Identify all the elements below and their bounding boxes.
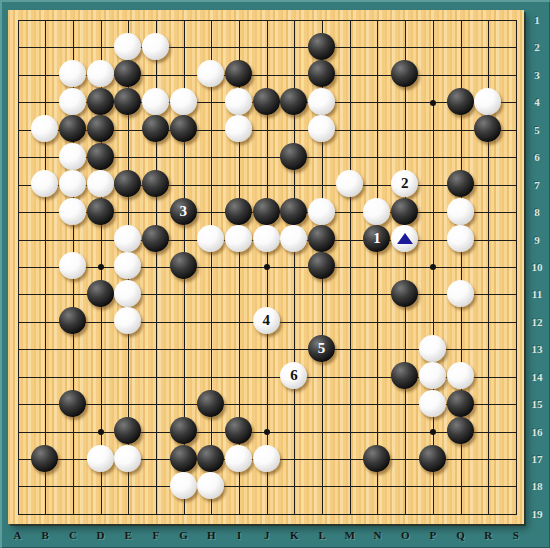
stone-black-D8[interactable] xyxy=(87,198,114,225)
stone-white-J12[interactable]: 4 xyxy=(253,307,280,334)
stone-white-D7[interactable] xyxy=(87,170,114,197)
stone-white-C4[interactable] xyxy=(59,88,86,115)
coord-letter-B: B xyxy=(42,530,49,541)
coord-number-14: 14 xyxy=(532,371,543,382)
coord-number-8: 8 xyxy=(534,207,540,218)
coord-letter-C: C xyxy=(69,530,77,541)
stone-black-G5[interactable] xyxy=(170,115,197,142)
stone-white-D17[interactable] xyxy=(87,445,114,472)
stone-black-H15[interactable] xyxy=(197,390,224,417)
triangle-mark-icon xyxy=(397,233,413,244)
stone-black-K8[interactable] xyxy=(280,198,307,225)
coord-number-5: 5 xyxy=(534,124,540,135)
stone-white-Q11[interactable] xyxy=(447,280,474,307)
stone-white-J9[interactable] xyxy=(253,225,280,252)
stone-black-B17[interactable] xyxy=(31,445,58,472)
stone-white-P15[interactable] xyxy=(419,390,446,417)
stone-white-F2[interactable] xyxy=(142,33,169,60)
grid-line-col-M xyxy=(350,20,351,515)
coord-letter-H: H xyxy=(207,530,216,541)
stone-black-I8[interactable] xyxy=(225,198,252,225)
coord-number-18: 18 xyxy=(532,481,543,492)
coord-number-4: 4 xyxy=(534,97,540,108)
stone-black-H17[interactable] xyxy=(197,445,224,472)
stone-black-C5[interactable] xyxy=(59,115,86,142)
grid-line-col-N xyxy=(377,20,378,515)
coord-number-16: 16 xyxy=(532,426,543,437)
stone-white-I17[interactable] xyxy=(225,445,252,472)
stone-black-J8[interactable] xyxy=(253,198,280,225)
coord-number-1: 1 xyxy=(534,15,540,26)
stone-white-N8[interactable] xyxy=(363,198,390,225)
stone-white-C7[interactable] xyxy=(59,170,86,197)
coord-number-12: 12 xyxy=(532,316,543,327)
stone-white-D3[interactable] xyxy=(87,60,114,87)
move-number-1: 1 xyxy=(373,231,381,246)
move-number-6: 6 xyxy=(290,368,298,383)
stone-black-F9[interactable] xyxy=(142,225,169,252)
stone-black-Q15[interactable] xyxy=(447,390,474,417)
coord-number-3: 3 xyxy=(534,69,540,80)
coord-number-19: 19 xyxy=(532,508,543,519)
stone-black-L13[interactable]: 5 xyxy=(308,335,335,362)
grid-line-col-S xyxy=(516,20,517,515)
move-number-4: 4 xyxy=(262,313,270,328)
stone-white-R4[interactable] xyxy=(474,88,501,115)
coord-letter-M: M xyxy=(345,530,355,541)
stone-black-O11[interactable] xyxy=(391,280,418,307)
stone-black-L2[interactable] xyxy=(308,33,335,60)
coord-number-10: 10 xyxy=(532,261,543,272)
coord-letter-L: L xyxy=(318,530,325,541)
coord-letter-A: A xyxy=(14,530,22,541)
stone-white-C8[interactable] xyxy=(59,198,86,225)
stone-black-F7[interactable] xyxy=(142,170,169,197)
coord-number-13: 13 xyxy=(532,344,543,355)
stone-black-I16[interactable] xyxy=(225,417,252,444)
stone-black-G8[interactable]: 3 xyxy=(170,198,197,225)
coord-number-2: 2 xyxy=(534,42,540,53)
stone-white-I4[interactable] xyxy=(225,88,252,115)
coord-letter-S: S xyxy=(513,530,519,541)
stone-white-J17[interactable] xyxy=(253,445,280,472)
stone-white-F4[interactable] xyxy=(142,88,169,115)
stone-white-Q14[interactable] xyxy=(447,362,474,389)
grid-line-col-O xyxy=(405,20,406,515)
coord-letter-J: J xyxy=(264,530,270,541)
stone-black-C15[interactable] xyxy=(59,390,86,417)
stone-white-P14[interactable] xyxy=(419,362,446,389)
coord-number-9: 9 xyxy=(534,234,540,245)
stone-black-Q7[interactable] xyxy=(447,170,474,197)
stone-black-G16[interactable] xyxy=(170,417,197,444)
go-app-window: 231456ABCDEFGHIJKLMNOPQRS123456789101112… xyxy=(0,0,550,548)
coord-number-17: 17 xyxy=(532,454,543,465)
stone-black-E4[interactable] xyxy=(114,88,141,115)
coord-letter-D: D xyxy=(97,530,105,541)
stone-black-P17[interactable] xyxy=(419,445,446,472)
coord-letter-K: K xyxy=(290,530,299,541)
coord-letter-N: N xyxy=(373,530,381,541)
stone-black-F5[interactable] xyxy=(142,115,169,142)
stone-black-D6[interactable] xyxy=(87,143,114,170)
stone-white-I9[interactable] xyxy=(225,225,252,252)
stone-black-L9[interactable] xyxy=(308,225,335,252)
stone-white-O9[interactable] xyxy=(391,225,418,252)
coord-number-7: 7 xyxy=(534,179,540,190)
stone-white-G4[interactable] xyxy=(170,88,197,115)
move-number-5: 5 xyxy=(318,341,326,356)
stone-white-L8[interactable] xyxy=(308,198,335,225)
grid-line-col-H xyxy=(211,20,212,515)
stone-black-G10[interactable] xyxy=(170,252,197,279)
stone-black-C12[interactable] xyxy=(59,307,86,334)
move-number-2: 2 xyxy=(401,176,409,191)
stone-black-D11[interactable] xyxy=(87,280,114,307)
stone-black-Q16[interactable] xyxy=(447,417,474,444)
coord-letter-O: O xyxy=(401,530,410,541)
coord-number-6: 6 xyxy=(534,152,540,163)
stone-black-G17[interactable] xyxy=(170,445,197,472)
stone-black-J4[interactable] xyxy=(253,88,280,115)
stone-white-C6[interactable] xyxy=(59,143,86,170)
stone-black-O8[interactable] xyxy=(391,198,418,225)
stone-black-N17[interactable] xyxy=(363,445,390,472)
coord-letter-R: R xyxy=(484,530,492,541)
stone-white-M7[interactable] xyxy=(336,170,363,197)
stone-white-G18[interactable] xyxy=(170,472,197,499)
stone-white-Q8[interactable] xyxy=(447,198,474,225)
coord-letter-G: G xyxy=(179,530,188,541)
grid-line-col-B xyxy=(45,20,46,515)
coord-number-15: 15 xyxy=(532,399,543,410)
stone-black-D4[interactable] xyxy=(87,88,114,115)
coord-letter-I: I xyxy=(237,530,241,541)
stone-black-D5[interactable] xyxy=(87,115,114,142)
coord-letter-P: P xyxy=(429,530,436,541)
stone-white-E2[interactable] xyxy=(114,33,141,60)
move-number-3: 3 xyxy=(179,204,187,219)
grid-line-col-A xyxy=(18,20,19,515)
stone-white-E17[interactable] xyxy=(114,445,141,472)
stone-black-K4[interactable] xyxy=(280,88,307,115)
stone-black-K6[interactable] xyxy=(280,143,307,170)
stone-white-Q9[interactable] xyxy=(447,225,474,252)
stone-white-L4[interactable] xyxy=(308,88,335,115)
coord-letter-Q: Q xyxy=(456,530,465,541)
stone-white-P13[interactable] xyxy=(419,335,446,362)
stone-white-E11[interactable] xyxy=(114,280,141,307)
coord-letter-E: E xyxy=(125,530,132,541)
coord-letter-F: F xyxy=(153,530,160,541)
coord-number-11: 11 xyxy=(532,289,542,300)
stone-black-Q4[interactable] xyxy=(447,88,474,115)
